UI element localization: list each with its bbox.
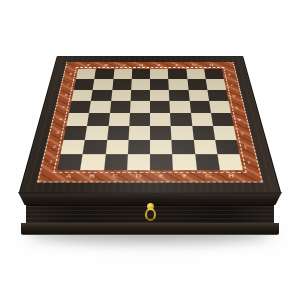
- coord-label: B: [97, 63, 115, 68]
- coord-label: C: [115, 63, 133, 68]
- square-c3[interactable]: [107, 126, 129, 140]
- coord-label: A: [56, 171, 81, 181]
- square-e7[interactable]: [150, 79, 169, 90]
- coord-label: G: [196, 171, 220, 181]
- square-g1[interactable]: [195, 154, 220, 170]
- square-e1[interactable]: [150, 154, 173, 170]
- product-photo: ABCDEFGH ABCDEFGH 87654321 87654321: [0, 0, 300, 300]
- square-a4[interactable]: [66, 113, 89, 126]
- square-f2[interactable]: [172, 140, 195, 155]
- square-h8[interactable]: [204, 69, 224, 79]
- square-g8[interactable]: [186, 69, 206, 79]
- board-grid: [57, 69, 243, 171]
- coord-label: D: [127, 171, 150, 181]
- square-d8[interactable]: [132, 69, 150, 79]
- square-h5[interactable]: [209, 101, 231, 113]
- coord-label: A: [79, 63, 97, 68]
- square-b5[interactable]: [89, 101, 111, 113]
- square-c1[interactable]: [104, 154, 128, 170]
- square-a2[interactable]: [60, 140, 85, 155]
- chess-board-top: ABCDEFGH ABCDEFGH 87654321 87654321: [19, 56, 282, 194]
- square-g2[interactable]: [193, 140, 217, 155]
- square-h4[interactable]: [211, 113, 234, 126]
- square-e8[interactable]: [150, 69, 168, 79]
- handle-ring-icon: [145, 208, 156, 221]
- coord-label: D: [132, 63, 150, 68]
- square-d5[interactable]: [130, 101, 150, 113]
- square-d2[interactable]: [128, 140, 150, 155]
- square-b3[interactable]: [85, 126, 108, 140]
- square-d4[interactable]: [129, 113, 150, 126]
- coord-label: B: [80, 171, 104, 181]
- square-d1[interactable]: [127, 154, 150, 170]
- square-b8[interactable]: [95, 69, 115, 79]
- coord-label: H: [219, 171, 244, 181]
- coord-label: H: [202, 63, 220, 68]
- square-e3[interactable]: [150, 126, 172, 140]
- coord-label: 1: [241, 154, 258, 170]
- square-b2[interactable]: [83, 140, 107, 155]
- coord-label: C: [103, 171, 127, 181]
- coord-label: F: [167, 63, 185, 68]
- square-f7[interactable]: [168, 79, 188, 90]
- square-g7[interactable]: [187, 79, 207, 90]
- square-c5[interactable]: [110, 101, 131, 113]
- square-f6[interactable]: [169, 90, 189, 101]
- square-h2[interactable]: [215, 140, 240, 155]
- square-c7[interactable]: [112, 79, 132, 90]
- square-h6[interactable]: [207, 90, 228, 101]
- brass-ring-pull-handle[interactable]: [144, 203, 156, 230]
- square-e2[interactable]: [150, 140, 172, 155]
- coord-label: 6: [227, 90, 241, 101]
- square-f8[interactable]: [168, 69, 187, 79]
- coord-label: E: [150, 171, 173, 181]
- square-d6[interactable]: [130, 90, 150, 101]
- square-a8[interactable]: [76, 69, 96, 79]
- square-a1[interactable]: [57, 154, 83, 170]
- square-g4[interactable]: [191, 113, 213, 126]
- square-a3[interactable]: [63, 126, 87, 140]
- square-g5[interactable]: [189, 101, 211, 113]
- square-b7[interactable]: [93, 79, 113, 90]
- square-d7[interactable]: [131, 79, 150, 90]
- coord-label: F: [173, 171, 197, 181]
- coord-label: 8: [223, 69, 236, 79]
- square-h7[interactable]: [205, 79, 226, 90]
- coord-label: 7: [225, 79, 239, 90]
- coord-label: E: [150, 63, 168, 68]
- coord-label: G: [185, 63, 203, 68]
- square-a6[interactable]: [72, 90, 93, 101]
- square-f5[interactable]: [170, 101, 191, 113]
- square-d3[interactable]: [128, 126, 150, 140]
- square-c6[interactable]: [111, 90, 131, 101]
- square-a5[interactable]: [69, 101, 91, 113]
- square-e6[interactable]: [150, 90, 170, 101]
- file-labels-bottom: ABCDEFGH: [56, 171, 244, 181]
- file-labels-top: ABCDEFGH: [79, 63, 221, 68]
- square-h3[interactable]: [213, 126, 237, 140]
- coord-label: 3: [235, 126, 251, 140]
- square-c4[interactable]: [108, 113, 130, 126]
- coord-label: 2: [238, 139, 254, 154]
- square-b1[interactable]: [80, 154, 105, 170]
- square-g3[interactable]: [192, 126, 215, 140]
- square-b6[interactable]: [91, 90, 112, 101]
- square-a7[interactable]: [74, 79, 95, 90]
- square-c2[interactable]: [105, 140, 128, 155]
- square-f1[interactable]: [172, 154, 196, 170]
- square-e5[interactable]: [150, 101, 170, 113]
- square-g6[interactable]: [188, 90, 209, 101]
- coord-label: 4: [232, 113, 247, 126]
- square-f3[interactable]: [171, 126, 193, 140]
- square-b4[interactable]: [87, 113, 109, 126]
- board-border: ABCDEFGH ABCDEFGH 87654321 87654321: [37, 62, 263, 183]
- coord-label: 5: [229, 101, 244, 113]
- square-f4[interactable]: [170, 113, 192, 126]
- square-h1[interactable]: [217, 154, 243, 170]
- square-e4[interactable]: [150, 113, 171, 126]
- board-top-scene: ABCDEFGH ABCDEFGH 87654321 87654321: [19, 56, 282, 194]
- square-c8[interactable]: [113, 69, 132, 79]
